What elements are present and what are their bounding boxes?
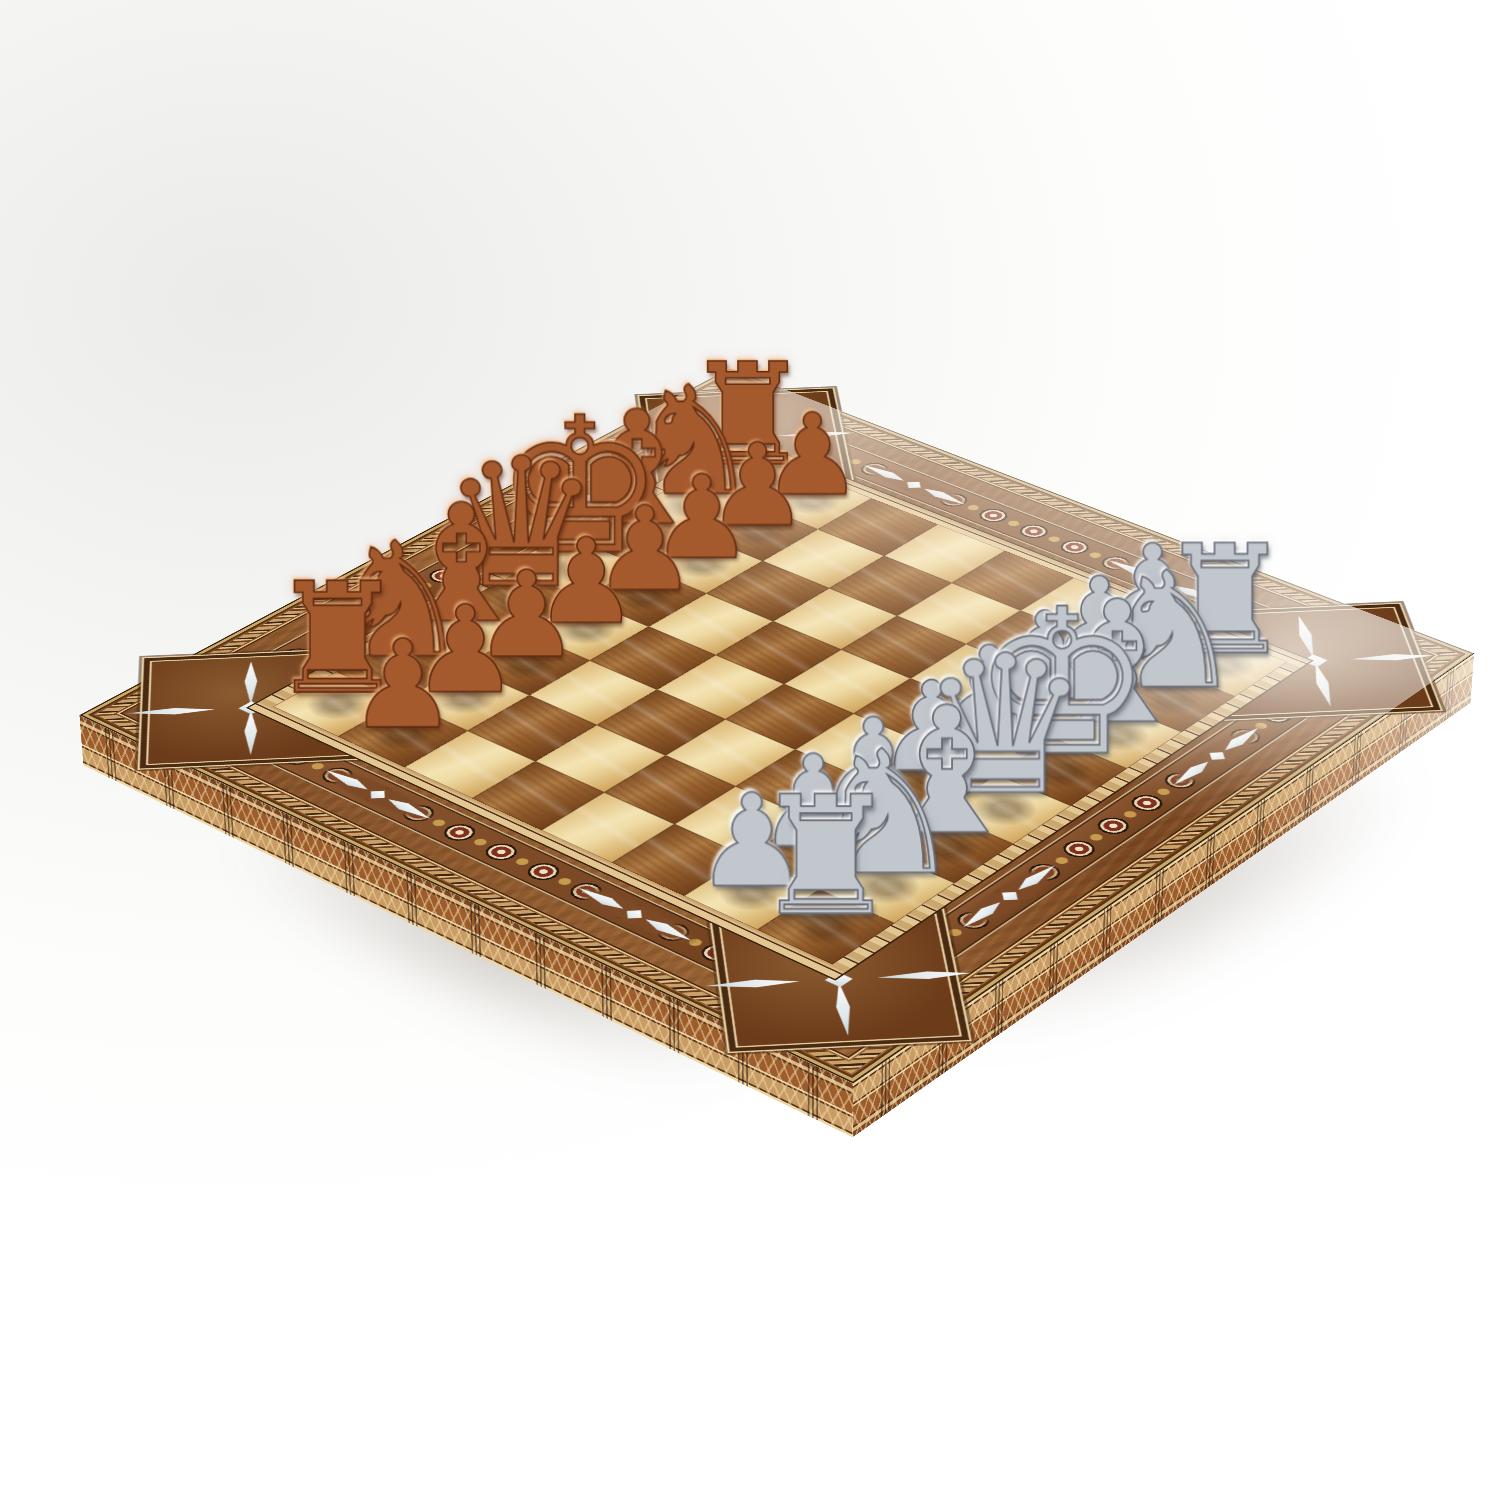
pearl-kite-icon (1218, 726, 1264, 754)
pearl-kite-icon (640, 916, 696, 944)
pearl-diamond-icon (580, 495, 593, 501)
pearl-diamond-icon (627, 910, 642, 918)
pearl-diamond-icon (1209, 752, 1224, 759)
pearl-kite-icon (1303, 663, 1344, 707)
pearl-kite-icon (725, 398, 755, 435)
pearl-kite-icon (237, 710, 264, 756)
board-top-face: ♜♞♝♛♚♝♞♜♟♟♟♟♟♟♟♟♟♟♟♟♟♟♟♟♜♞♝♛♚♝♞♜ (79, 368, 1474, 1083)
pearl-kite-icon (1012, 863, 1061, 893)
pearl-kite-icon (632, 433, 712, 447)
pearl-kite-icon (825, 982, 863, 1037)
scene: ♜♞♝♛♚♝♞♜♟♟♟♟♟♟♟♟♟♟♟♟♟♟♟♟♜♞♝♛♚♝♞♜ (0, 0, 1500, 1500)
pearl-kite-icon (573, 885, 628, 913)
pearl-diamond-icon (907, 481, 920, 487)
pearl-kite-icon (382, 796, 435, 822)
pearl-kite-icon (1286, 615, 1326, 658)
product-photo: ♜♞♝♛♚♝♞♜♟♟♟♟♟♟♟♟♟♟♟♟♟♟♟♟♜♞♝♛♚♝♞♜ (0, 0, 1500, 1500)
silver-rook-icon: ♜ (729, 775, 924, 939)
pearl-kite-icon (1168, 759, 1215, 787)
pearl-kite-icon (704, 973, 801, 993)
pearl-kite-icon (127, 703, 215, 720)
pearl-kite-icon (876, 965, 973, 985)
pearl-diamond-icon (1001, 892, 1017, 900)
pearl-kite-icon (957, 899, 1007, 930)
pearl-kite-icon (321, 767, 373, 793)
chessboard: ♜♞♝♛♚♝♞♜♟♟♟♟♟♟♟♟♟♟♟♟♟♟♟♟♜♞♝♛♚♝♞♜ (79, 368, 1474, 1083)
copper-pawn-icon: ♟ (311, 624, 494, 746)
pearl-diamond-icon (371, 790, 385, 798)
pearl-diamond-icon (824, 971, 852, 986)
